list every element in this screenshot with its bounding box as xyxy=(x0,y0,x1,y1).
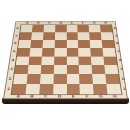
square-d3[interactable] xyxy=(53,65,66,74)
square-c6[interactable] xyxy=(42,40,54,48)
square-c3[interactable] xyxy=(40,65,53,74)
square-b2[interactable] xyxy=(26,74,40,84)
square-f1[interactable] xyxy=(80,84,94,94)
square-e7[interactable] xyxy=(66,32,78,40)
square-a3[interactable] xyxy=(14,65,28,74)
square-h2[interactable] xyxy=(105,74,119,84)
square-d8[interactable] xyxy=(55,25,66,32)
square-f3[interactable] xyxy=(79,65,92,74)
chess-board: ABCDEFGH ABCDEFGH 87654321 87654321 xyxy=(3,21,128,99)
square-c2[interactable] xyxy=(40,74,54,84)
square-g2[interactable] xyxy=(92,74,106,84)
square-b7[interactable] xyxy=(31,32,43,40)
square-d1[interactable] xyxy=(53,84,67,94)
square-a1[interactable] xyxy=(12,84,27,94)
file-label-bottom-h: H xyxy=(108,94,122,99)
file-label-bottom-g: G xyxy=(94,94,108,99)
square-f6[interactable] xyxy=(78,40,90,48)
square-g4[interactable] xyxy=(91,56,104,65)
square-b5[interactable] xyxy=(29,48,42,56)
square-d4[interactable] xyxy=(54,56,67,65)
square-c4[interactable] xyxy=(41,56,54,65)
square-f4[interactable] xyxy=(79,56,92,65)
file-label-bottom-e: E xyxy=(66,94,80,99)
square-g6[interactable] xyxy=(90,40,103,48)
square-e6[interactable] xyxy=(66,40,78,48)
square-h5[interactable] xyxy=(103,48,116,56)
square-g3[interactable] xyxy=(92,65,106,74)
square-e3[interactable] xyxy=(66,65,79,74)
square-d6[interactable] xyxy=(54,40,66,48)
square-c7[interactable] xyxy=(43,32,55,40)
square-e4[interactable] xyxy=(66,56,79,65)
square-e5[interactable] xyxy=(66,48,78,56)
square-g1[interactable] xyxy=(93,84,107,94)
square-a7[interactable] xyxy=(19,32,32,40)
square-b8[interactable] xyxy=(32,25,44,32)
square-f2[interactable] xyxy=(79,74,93,84)
square-a4[interactable] xyxy=(16,56,30,65)
square-d7[interactable] xyxy=(55,32,67,40)
file-label-bottom-b: B xyxy=(25,94,39,99)
file-label-bottom-d: D xyxy=(53,94,67,99)
square-b6[interactable] xyxy=(30,40,43,48)
square-g5[interactable] xyxy=(90,48,103,56)
square-d5[interactable] xyxy=(54,48,66,56)
square-d2[interactable] xyxy=(53,74,66,84)
square-g7[interactable] xyxy=(89,32,101,40)
file-label-bottom-a: A xyxy=(11,94,25,99)
file-label-bottom-c: C xyxy=(39,94,53,99)
product-photo-background: ABCDEFGH ABCDEFGH 87654321 87654321 xyxy=(0,0,130,130)
square-e1[interactable] xyxy=(66,84,80,94)
square-f5[interactable] xyxy=(78,48,91,56)
square-f7[interactable] xyxy=(78,32,90,40)
square-a6[interactable] xyxy=(18,40,31,48)
square-c5[interactable] xyxy=(42,48,55,56)
square-h7[interactable] xyxy=(101,32,114,40)
playing-field xyxy=(11,25,123,96)
square-f8[interactable] xyxy=(78,25,90,32)
square-a5[interactable] xyxy=(17,48,30,56)
square-c8[interactable] xyxy=(43,25,55,32)
file-labels-bottom: ABCDEFGH xyxy=(11,94,122,99)
square-b3[interactable] xyxy=(27,65,41,74)
square-g8[interactable] xyxy=(89,25,101,32)
square-b1[interactable] xyxy=(25,84,39,94)
square-e2[interactable] xyxy=(66,74,79,84)
square-h1[interactable] xyxy=(106,84,121,94)
square-b4[interactable] xyxy=(28,56,41,65)
square-h4[interactable] xyxy=(103,56,117,65)
square-h3[interactable] xyxy=(104,65,118,74)
square-h6[interactable] xyxy=(102,40,115,48)
square-c1[interactable] xyxy=(39,84,53,94)
square-a8[interactable] xyxy=(20,25,32,32)
square-a2[interactable] xyxy=(13,74,27,84)
file-label-bottom-f: F xyxy=(80,94,94,99)
square-e8[interactable] xyxy=(66,25,78,32)
square-h8[interactable] xyxy=(100,25,112,32)
